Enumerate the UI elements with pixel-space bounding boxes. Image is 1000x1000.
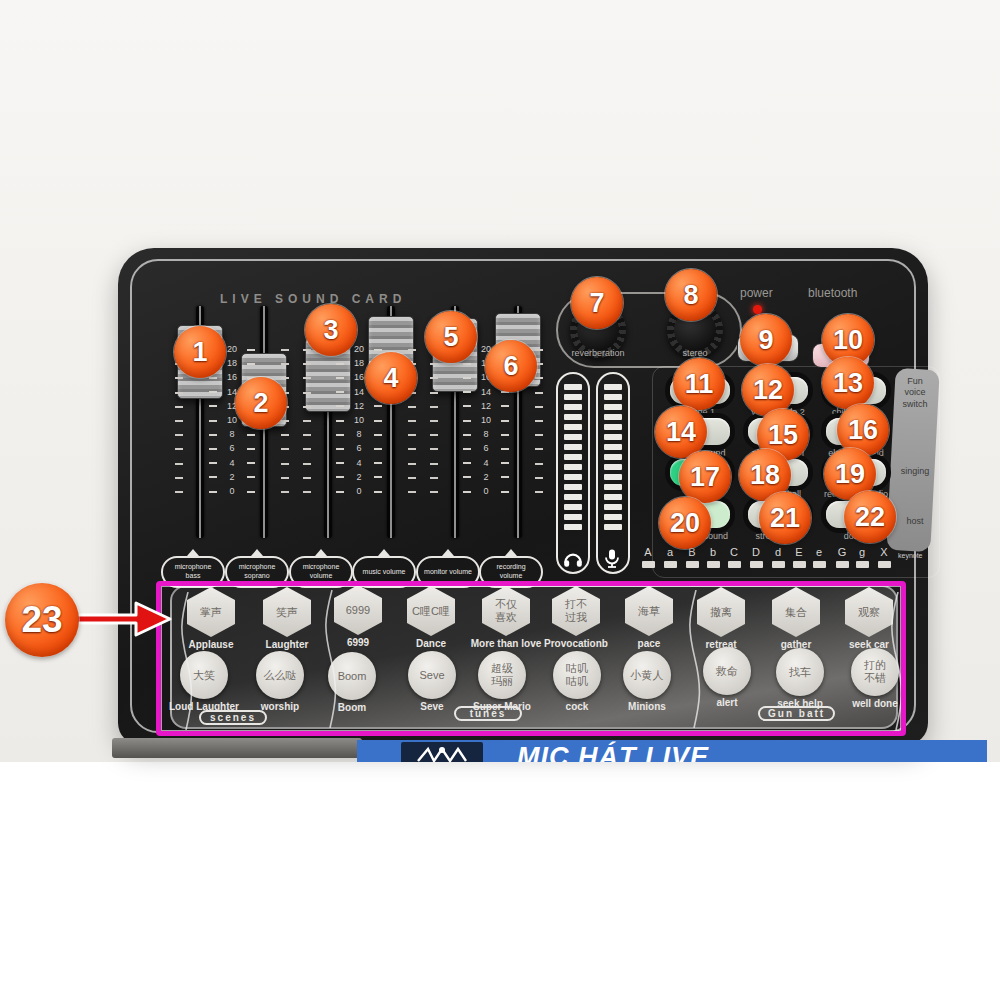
vu-segment xyxy=(564,494,582,500)
vu-segment xyxy=(564,484,582,490)
vu-segment xyxy=(604,414,622,420)
fader-scale-dash xyxy=(463,476,471,478)
fader-scale-dash xyxy=(336,448,344,450)
fader-scale-dash xyxy=(501,434,509,436)
fader-scale-value: 10 xyxy=(354,416,364,425)
callout-23: 23 xyxy=(5,583,79,657)
fader-tick-dash xyxy=(303,463,311,465)
fader-tick-dash xyxy=(408,434,416,436)
keynote-led xyxy=(836,561,849,568)
fader-scale-row: 8 xyxy=(336,430,382,439)
fader-tick-dash xyxy=(430,392,438,394)
vu-segment xyxy=(604,384,622,390)
knob-label-2: stereo xyxy=(650,348,740,358)
vu-segment xyxy=(564,424,582,430)
fader-tick-dash xyxy=(535,491,543,493)
knob-label-1: reverberation xyxy=(553,348,643,358)
fader-scale-value: 16 xyxy=(227,373,237,382)
fader-scale-dash xyxy=(463,391,471,393)
vu-segment xyxy=(604,424,622,430)
keynote-letter-g: g xyxy=(852,546,872,558)
fader-scale-dash xyxy=(501,405,509,407)
callout-4: 4 xyxy=(365,352,417,404)
fader-tick-dash xyxy=(535,406,543,408)
fader-tick-dash xyxy=(430,420,438,422)
fader-tick-dash xyxy=(535,377,543,379)
keynote-letter-b: b xyxy=(703,546,723,558)
fader-scale-row: 12 xyxy=(336,402,382,411)
fader-tick-dash xyxy=(430,477,438,479)
fader-scale-value: 20 xyxy=(354,345,364,354)
fader-scale-dash xyxy=(501,448,509,450)
fader-scale-value: 0 xyxy=(483,487,488,496)
callout-23-arrow xyxy=(66,598,176,640)
banner-text: MIC HÁT LIVE xyxy=(517,742,709,762)
fader-scale-dash xyxy=(501,491,509,493)
vu-segment xyxy=(564,444,582,450)
fader-scale-dash xyxy=(501,476,509,478)
grid-side-label-3: host xyxy=(893,516,937,527)
callout-11: 11 xyxy=(673,358,725,410)
fader-scale-value: 10 xyxy=(227,416,237,425)
fader-scale-row: 8 xyxy=(463,430,509,439)
fader-tick-dash xyxy=(281,420,289,422)
fader-tick-dash xyxy=(408,406,416,408)
fader-tick-dash xyxy=(535,463,543,465)
fader-scale-row: 2 xyxy=(209,473,255,482)
callout-6: 6 xyxy=(485,340,537,392)
fader-scale-dash xyxy=(374,405,382,407)
fader-scale-value: 8 xyxy=(483,430,488,439)
fader-scale-dash xyxy=(209,377,217,379)
fader-tick-dash xyxy=(281,434,289,436)
screenshot-canvas: LIVE SOUND CARD power bluetooth keynote … xyxy=(0,0,1000,1000)
vu-segment xyxy=(564,464,582,470)
fader-scale-row: 6 xyxy=(336,444,382,453)
vu-segment xyxy=(564,434,582,440)
callout-1: 1 xyxy=(174,326,226,378)
callout-12: 12 xyxy=(742,364,794,416)
vu-segment xyxy=(604,434,622,440)
fader-scale-dash xyxy=(247,363,255,365)
fader-scale-dash xyxy=(374,434,382,436)
keynote-letter-G: G xyxy=(832,546,852,558)
callout-14: 14 xyxy=(655,406,707,458)
fader-tick-dash xyxy=(175,434,183,436)
fader-tick-dash xyxy=(430,448,438,450)
fader-tick-dash xyxy=(430,434,438,436)
callout-20: 20 xyxy=(659,497,711,549)
vu-segment xyxy=(604,454,622,460)
keynote-letter-X: X xyxy=(874,546,894,558)
callout-8: 8 xyxy=(665,269,717,321)
keynote-led xyxy=(772,561,785,568)
keynote-led xyxy=(728,561,741,568)
fader-scale-dash xyxy=(374,476,382,478)
fader-scale-value: 6 xyxy=(483,444,488,453)
fader-tick-dash xyxy=(175,477,183,479)
fader-scale-value: 2 xyxy=(229,473,234,482)
vu-segment xyxy=(564,394,582,400)
fader-scale-dash xyxy=(209,462,217,464)
fader-scale-dash xyxy=(463,448,471,450)
fader-tick-dash xyxy=(175,406,183,408)
fader-scale-dash xyxy=(463,405,471,407)
highlight-box-effects xyxy=(156,581,906,736)
keynote-led xyxy=(793,561,806,568)
vu-segment xyxy=(604,404,622,410)
fader-tick-dash xyxy=(175,377,183,379)
fader-scale-value: 12 xyxy=(354,402,364,411)
banner-logo xyxy=(401,742,483,762)
fader-scale-value: 2 xyxy=(356,473,361,482)
fader-tick-dash xyxy=(281,491,289,493)
vu-segment xyxy=(564,474,582,480)
vu-meter-mic xyxy=(596,372,630,574)
fader-scale-value: 4 xyxy=(229,459,234,468)
fader-scale-dash xyxy=(463,420,471,422)
fader-scale-value: 18 xyxy=(227,359,237,368)
fader-tick-dash xyxy=(281,477,289,479)
fader-scale-dash xyxy=(336,405,344,407)
callout-5: 5 xyxy=(425,311,477,363)
fader-scale-value: 2 xyxy=(483,473,488,482)
fader-scale-row: 0 xyxy=(463,487,509,496)
fader-scale-value: 8 xyxy=(229,430,234,439)
fader-scale-dash xyxy=(209,405,217,407)
vu-segment xyxy=(564,504,582,510)
fader-tick-dash xyxy=(303,491,311,493)
vu-meter-phones xyxy=(556,372,590,574)
fader-scale-dash xyxy=(209,448,217,450)
keynote-led xyxy=(878,561,891,568)
vu-segment xyxy=(604,504,622,510)
fader-tick-dash xyxy=(535,448,543,450)
fader-tick-dash xyxy=(303,420,311,422)
fader-scale-dash xyxy=(336,420,344,422)
fader-scale-row: 10 xyxy=(463,416,509,425)
fader-scale-row: 6 xyxy=(463,444,509,453)
vu-segment xyxy=(604,444,622,450)
fader-scale-value: 16 xyxy=(354,373,364,382)
fader-tick-dash xyxy=(303,349,311,351)
fader-scale-dash xyxy=(209,391,217,393)
keynote-letter-A: A xyxy=(638,546,658,558)
fader-tick-dash xyxy=(408,420,416,422)
fader-tick-dash xyxy=(408,463,416,465)
fader-tick-dash xyxy=(281,463,289,465)
fader-scale-dash xyxy=(336,391,344,393)
fader-scale-dash xyxy=(336,434,344,436)
keynote-letter-d: d xyxy=(768,546,788,558)
fader-scale-dash xyxy=(247,349,255,351)
vu-segment xyxy=(564,404,582,410)
fader-scale-row: 6 xyxy=(209,444,255,453)
fader-scale-dash xyxy=(374,349,382,351)
fader-tick-dash xyxy=(175,448,183,450)
fader-scale-dash xyxy=(247,476,255,478)
fader-tick-dash xyxy=(281,377,289,379)
fader-scale-dash xyxy=(247,434,255,436)
fader-tick-dash xyxy=(175,463,183,465)
fader-scale-dash xyxy=(209,476,217,478)
fader-scale-dash xyxy=(209,420,217,422)
grid-side-label-1: Fun voice switch xyxy=(893,376,937,410)
fader-tick-dash xyxy=(303,377,311,379)
fader-tick-dash xyxy=(408,491,416,493)
fader-tick-dash xyxy=(535,349,543,351)
fader-scale-dash xyxy=(247,448,255,450)
power-led xyxy=(753,305,762,314)
fader-tick-dash xyxy=(281,349,289,351)
vu-segment xyxy=(604,524,622,530)
fader-tick-dash xyxy=(303,477,311,479)
callout-3: 3 xyxy=(305,304,357,356)
vu-segment xyxy=(604,464,622,470)
photo-background: LIVE SOUND CARD power bluetooth keynote … xyxy=(0,0,1000,762)
fader-tick-dash xyxy=(303,392,311,394)
callout-9: 9 xyxy=(740,314,792,366)
callout-17: 17 xyxy=(679,451,731,503)
fader-scale-dash xyxy=(374,491,382,493)
fader-scale-dash xyxy=(336,377,344,379)
fader-scale-value: 20 xyxy=(227,345,237,354)
keynote-led xyxy=(686,561,699,568)
fader-tick-dash xyxy=(281,363,289,365)
vu-segment xyxy=(564,414,582,420)
fader-scale-value: 6 xyxy=(229,444,234,453)
fader-scale-dash xyxy=(463,491,471,493)
fader-scale-dash xyxy=(463,363,471,365)
fader-scale-dash xyxy=(336,462,344,464)
bottom-banner: MIC HÁT LIVE xyxy=(357,740,987,762)
callout-13: 13 xyxy=(822,357,874,409)
fader-tick-dash xyxy=(303,448,311,450)
fader-scale-dash xyxy=(374,420,382,422)
fader-scale-row: 4 xyxy=(463,459,509,468)
fader-scale-dash xyxy=(336,363,344,365)
fader-tick-dash xyxy=(535,420,543,422)
fader-scale-row: 2 xyxy=(336,473,382,482)
fader-tick-dash xyxy=(430,463,438,465)
vu-segment xyxy=(564,524,582,530)
fader-scale-dash xyxy=(336,476,344,478)
fader-scale-dash xyxy=(247,462,255,464)
fader-scale-dash xyxy=(247,491,255,493)
vu-segment xyxy=(604,474,622,480)
bluetooth-label: bluetooth xyxy=(808,286,857,300)
fader-tick-dash xyxy=(408,477,416,479)
fader-scale-value: 10 xyxy=(481,416,491,425)
fader-scale-dash xyxy=(336,491,344,493)
keynote-led xyxy=(707,561,720,568)
fader-tick-dash xyxy=(303,363,311,365)
fader-scale-row: 0 xyxy=(336,487,382,496)
fader-tick-dash xyxy=(281,448,289,450)
fader-tick-dash xyxy=(175,420,183,422)
fader-scale-dash xyxy=(374,448,382,450)
fader-scale-value: 8 xyxy=(356,430,361,439)
fader-tick-dash xyxy=(408,349,416,351)
callout-2: 2 xyxy=(235,377,287,429)
fader-scale-row: 0 xyxy=(209,487,255,496)
fader-scale-value: 12 xyxy=(481,402,491,411)
fader-tick-dash xyxy=(430,406,438,408)
callout-7: 7 xyxy=(571,277,623,329)
vu-segment xyxy=(604,514,622,520)
fader-scale-dash xyxy=(463,377,471,379)
device-title: LIVE SOUND CARD xyxy=(220,292,420,306)
fader-scale-row: 2 xyxy=(463,473,509,482)
fader-scale-value: 18 xyxy=(354,359,364,368)
vu-segment xyxy=(604,484,622,490)
headphones-icon xyxy=(562,548,584,570)
fader-tick-dash xyxy=(175,491,183,493)
vu-segment xyxy=(564,384,582,390)
fader-scale-dash xyxy=(209,434,217,436)
microphone-icon xyxy=(602,548,624,570)
callout-21: 21 xyxy=(759,492,811,544)
keynote-letter-C: C xyxy=(724,546,744,558)
keynote-letter-e: e xyxy=(809,546,829,558)
fader-tick-dash xyxy=(175,392,183,394)
fader-scale-row: 8 xyxy=(209,430,255,439)
vu-segment xyxy=(564,514,582,520)
fader-tick-dash xyxy=(430,491,438,493)
vu-segment xyxy=(604,494,622,500)
fader-scale-dash xyxy=(374,462,382,464)
fader-scale-value: 14 xyxy=(481,388,491,397)
vu-segment xyxy=(604,394,622,400)
fader-scale-dash xyxy=(209,491,217,493)
keynote-led xyxy=(642,561,655,568)
fader-tick-dash xyxy=(303,434,311,436)
fader-scale-value: 4 xyxy=(483,459,488,468)
fader-scale-value: 14 xyxy=(354,388,364,397)
fader-scale-value: 4 xyxy=(356,459,361,468)
fader-scale-value: 0 xyxy=(356,487,361,496)
fader-tick-dash xyxy=(535,392,543,394)
fader-scale-dash xyxy=(463,434,471,436)
fader-scale-value: 6 xyxy=(356,444,361,453)
fader-tick-dash xyxy=(430,363,438,365)
grid-side-label-2: singing xyxy=(893,466,937,477)
keynote-led xyxy=(813,561,826,568)
callout-22: 22 xyxy=(844,491,896,543)
keynote-label: keynote xyxy=(898,552,923,559)
fader-tick-dash xyxy=(408,448,416,450)
fader-scale-dash xyxy=(501,462,509,464)
keynote-led xyxy=(664,561,677,568)
banner-logo-icon xyxy=(412,745,472,762)
keynote-led xyxy=(856,561,869,568)
fader-scale-row: 12 xyxy=(463,402,509,411)
vu-segment xyxy=(564,454,582,460)
keynote-letter-E: E xyxy=(789,546,809,558)
fader-tick-dash xyxy=(430,377,438,379)
keynote-letter-D: D xyxy=(746,546,766,558)
fader-scale-value: 0 xyxy=(229,487,234,496)
keynote-led xyxy=(750,561,763,568)
fader-tick-dash xyxy=(535,477,543,479)
fader-scale-row: 4 xyxy=(209,459,255,468)
fader-tick-dash xyxy=(535,434,543,436)
fader-scale-row: 4 xyxy=(336,459,382,468)
fader-scale-dash xyxy=(501,420,509,422)
fader-tick-dash xyxy=(303,406,311,408)
fader-scale-row: 10 xyxy=(336,416,382,425)
fader-scale-dash xyxy=(463,462,471,464)
device-bottom-edge xyxy=(112,738,362,758)
power-label: power xyxy=(740,286,773,300)
